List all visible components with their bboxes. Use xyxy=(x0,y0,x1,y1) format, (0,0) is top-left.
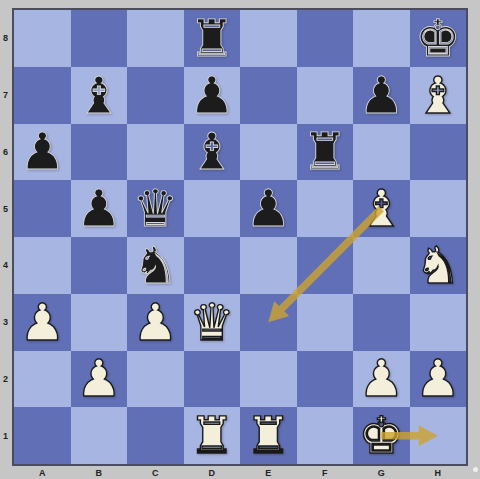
board-frame: ♜♚♝♟♟♝♟♝♜♟♛♟♝♞♞♟♟♛♟♟♟♜♜♚ xyxy=(12,8,468,466)
square-h2[interactable]: ♟ xyxy=(410,351,467,408)
file-label-a: A xyxy=(14,466,71,479)
square-a4[interactable] xyxy=(14,237,71,294)
square-c2[interactable] xyxy=(127,351,184,408)
chess-app-window: ♜♚♝♟♟♝♟♝♜♟♛♟♝♞♞♟♟♛♟♟♟♜♜♚ 87654321 ABCDEF… xyxy=(0,0,480,479)
square-g3[interactable] xyxy=(353,294,410,351)
piece-white-pawn-b2[interactable]: ♟ xyxy=(71,351,128,408)
piece-black-rook-f6[interactable]: ♜ xyxy=(297,124,354,181)
square-g6[interactable] xyxy=(353,124,410,181)
square-e4[interactable] xyxy=(240,237,297,294)
square-d7[interactable]: ♟ xyxy=(184,67,241,124)
square-f1[interactable] xyxy=(297,407,354,464)
square-d1[interactable]: ♜ xyxy=(184,407,241,464)
piece-white-pawn-h2[interactable]: ♟ xyxy=(410,351,467,408)
square-h4[interactable]: ♞ xyxy=(410,237,467,294)
square-f7[interactable] xyxy=(297,67,354,124)
square-h5[interactable] xyxy=(410,180,467,237)
rank-label-8: 8 xyxy=(0,10,11,67)
rank-label-5: 5 xyxy=(0,180,11,237)
piece-white-queen-d3[interactable]: ♛ xyxy=(184,294,241,351)
square-b6[interactable] xyxy=(71,124,128,181)
piece-black-pawn-g7[interactable]: ♟ xyxy=(353,67,410,124)
file-label-g: G xyxy=(353,466,410,479)
square-e3[interactable] xyxy=(240,294,297,351)
piece-black-rook-d8[interactable]: ♜ xyxy=(184,10,241,67)
piece-white-knight-h4[interactable]: ♞ xyxy=(410,237,467,294)
square-a3[interactable]: ♟ xyxy=(14,294,71,351)
file-label-h: H xyxy=(410,466,467,479)
square-b1[interactable] xyxy=(71,407,128,464)
file-label-c: C xyxy=(127,466,184,479)
square-d3[interactable]: ♛ xyxy=(184,294,241,351)
square-a2[interactable] xyxy=(14,351,71,408)
square-c6[interactable] xyxy=(127,124,184,181)
piece-white-pawn-a3[interactable]: ♟ xyxy=(14,294,71,351)
square-c7[interactable] xyxy=(127,67,184,124)
file-label-b: B xyxy=(71,466,128,479)
square-f3[interactable] xyxy=(297,294,354,351)
square-d4[interactable] xyxy=(184,237,241,294)
square-d2[interactable] xyxy=(184,351,241,408)
square-f8[interactable] xyxy=(297,10,354,67)
square-g1[interactable]: ♚ xyxy=(353,407,410,464)
square-a1[interactable] xyxy=(14,407,71,464)
square-f6[interactable]: ♜ xyxy=(297,124,354,181)
piece-black-queen-c5[interactable]: ♛ xyxy=(127,180,184,237)
rank-label-1: 1 xyxy=(0,407,11,464)
square-h1[interactable] xyxy=(410,407,467,464)
square-c1[interactable] xyxy=(127,407,184,464)
piece-white-pawn-g2[interactable]: ♟ xyxy=(353,351,410,408)
square-d5[interactable] xyxy=(184,180,241,237)
piece-black-bishop-d6[interactable]: ♝ xyxy=(184,124,241,181)
piece-black-knight-c4[interactable]: ♞ xyxy=(127,237,184,294)
piece-white-rook-e1[interactable]: ♜ xyxy=(240,407,297,464)
square-e5[interactable]: ♟ xyxy=(240,180,297,237)
square-b5[interactable]: ♟ xyxy=(71,180,128,237)
square-f5[interactable] xyxy=(297,180,354,237)
piece-black-pawn-b5[interactable]: ♟ xyxy=(71,180,128,237)
square-g7[interactable]: ♟ xyxy=(353,67,410,124)
chess-board: ♜♚♝♟♟♝♟♝♜♟♛♟♝♞♞♟♟♛♟♟♟♜♜♚ xyxy=(14,10,466,464)
rank-label-6: 6 xyxy=(0,124,11,181)
square-a5[interactable] xyxy=(14,180,71,237)
rank-label-7: 7 xyxy=(0,67,11,124)
square-h7[interactable]: ♝ xyxy=(410,67,467,124)
square-h6[interactable] xyxy=(410,124,467,181)
square-a7[interactable] xyxy=(14,67,71,124)
square-e6[interactable] xyxy=(240,124,297,181)
file-label-d: D xyxy=(184,466,241,479)
square-d6[interactable]: ♝ xyxy=(184,124,241,181)
rank-label-2: 2 xyxy=(0,351,11,408)
square-f2[interactable] xyxy=(297,351,354,408)
piece-white-bishop-h7[interactable]: ♝ xyxy=(410,67,467,124)
piece-black-pawn-d7[interactable]: ♟ xyxy=(184,67,241,124)
piece-white-rook-d1[interactable]: ♜ xyxy=(184,407,241,464)
piece-black-pawn-e5[interactable]: ♟ xyxy=(240,180,297,237)
square-b3[interactable] xyxy=(71,294,128,351)
square-b7[interactable]: ♝ xyxy=(71,67,128,124)
square-e2[interactable] xyxy=(240,351,297,408)
square-b2[interactable]: ♟ xyxy=(71,351,128,408)
piece-white-bishop-g5[interactable]: ♝ xyxy=(353,180,410,237)
piece-black-bishop-b7[interactable]: ♝ xyxy=(71,67,128,124)
piece-black-pawn-a6[interactable]: ♟ xyxy=(14,124,71,181)
square-e7[interactable] xyxy=(240,67,297,124)
square-g5[interactable]: ♝ xyxy=(353,180,410,237)
square-a6[interactable]: ♟ xyxy=(14,124,71,181)
square-b4[interactable] xyxy=(71,237,128,294)
square-c4[interactable]: ♞ xyxy=(127,237,184,294)
square-b8[interactable] xyxy=(71,10,128,67)
rank-label-4: 4 xyxy=(0,237,11,294)
square-h8[interactable]: ♚ xyxy=(410,10,467,67)
piece-white-pawn-c3[interactable]: ♟ xyxy=(127,294,184,351)
piece-white-king-g1[interactable]: ♚ xyxy=(353,407,410,464)
square-e1[interactable]: ♜ xyxy=(240,407,297,464)
square-e8[interactable] xyxy=(240,10,297,67)
square-c5[interactable]: ♛ xyxy=(127,180,184,237)
resize-grip-dot xyxy=(473,467,478,472)
square-h3[interactable] xyxy=(410,294,467,351)
square-d8[interactable]: ♜ xyxy=(184,10,241,67)
square-g2[interactable]: ♟ xyxy=(353,351,410,408)
square-c3[interactable]: ♟ xyxy=(127,294,184,351)
file-label-e: E xyxy=(240,466,297,479)
file-label-f: F xyxy=(297,466,354,479)
square-f4[interactable] xyxy=(297,237,354,294)
square-g8[interactable] xyxy=(353,10,410,67)
rank-label-3: 3 xyxy=(0,294,11,351)
square-g4[interactable] xyxy=(353,237,410,294)
square-c8[interactable] xyxy=(127,10,184,67)
piece-black-king-h8[interactable]: ♚ xyxy=(410,10,467,67)
square-a8[interactable] xyxy=(14,10,71,67)
